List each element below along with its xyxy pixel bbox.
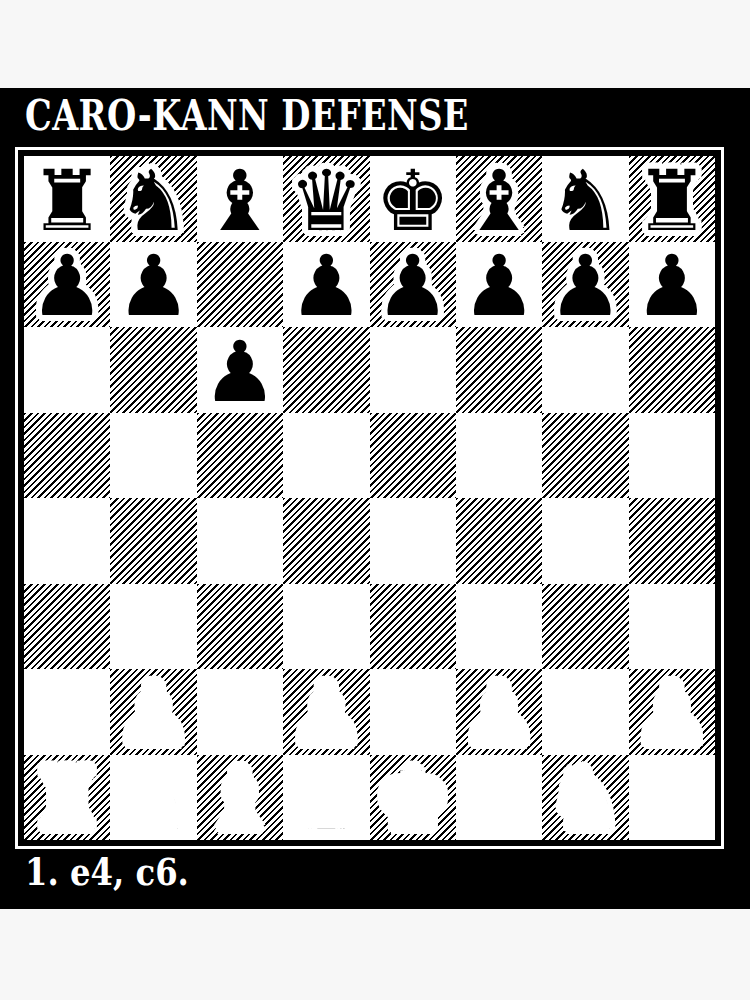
square-b1[interactable]: ♞ xyxy=(110,755,196,841)
black-pawn: ♟ xyxy=(116,244,191,328)
square-a8[interactable]: ♜ xyxy=(24,156,110,242)
square-a3[interactable] xyxy=(24,584,110,670)
black-rook: ♜ xyxy=(634,159,709,243)
square-g8[interactable]: ♞ xyxy=(542,156,628,242)
square-d6[interactable] xyxy=(283,327,369,413)
white-pawn: ♟ xyxy=(30,672,105,756)
white-pawn: ♟ xyxy=(634,672,709,756)
white-pawn: ♟ xyxy=(289,672,364,756)
square-d8[interactable]: ♛ xyxy=(283,156,369,242)
square-h4[interactable] xyxy=(629,498,715,584)
square-h1[interactable]: ♜ xyxy=(629,755,715,841)
square-d4[interactable] xyxy=(283,498,369,584)
square-c5[interactable] xyxy=(197,413,283,499)
square-g5[interactable] xyxy=(542,413,628,499)
black-pawn: ♟ xyxy=(289,244,364,328)
square-h5[interactable] xyxy=(629,413,715,499)
black-pawn: ♟ xyxy=(548,244,623,328)
square-a5[interactable] xyxy=(24,413,110,499)
white-king: ♚ xyxy=(375,757,450,841)
square-b7[interactable]: ♟ xyxy=(110,242,196,328)
square-a6[interactable] xyxy=(24,327,110,413)
square-b2[interactable]: ♟ xyxy=(110,669,196,755)
square-f5[interactable] xyxy=(456,413,542,499)
square-c1[interactable]: ♝ xyxy=(197,755,283,841)
poster-panel: CARO-KANN DEFENSE ♜♞♝♛♚♝♞♜♟♟♟♟♟♟♟♟♟♟♟♟♟♟… xyxy=(0,88,750,909)
black-rook: ♜ xyxy=(30,159,105,243)
black-knight: ♞ xyxy=(116,159,191,243)
square-b6[interactable] xyxy=(110,327,196,413)
white-bishop: ♝ xyxy=(202,757,277,841)
square-g3[interactable] xyxy=(542,584,628,670)
black-pawn: ♟ xyxy=(634,244,709,328)
square-f4[interactable] xyxy=(456,498,542,584)
square-e2[interactable] xyxy=(370,669,456,755)
square-d5[interactable] xyxy=(283,413,369,499)
square-a1[interactable]: ♜ xyxy=(24,755,110,841)
square-g2[interactable]: ♟ xyxy=(542,669,628,755)
square-c8[interactable]: ♝ xyxy=(197,156,283,242)
black-pawn: ♟ xyxy=(375,244,450,328)
square-e7[interactable]: ♟ xyxy=(370,242,456,328)
square-h2[interactable]: ♟ xyxy=(629,669,715,755)
square-f1[interactable]: ♝ xyxy=(456,755,542,841)
square-b8[interactable]: ♞ xyxy=(110,156,196,242)
square-b3[interactable] xyxy=(110,584,196,670)
square-h8[interactable]: ♜ xyxy=(629,156,715,242)
chess-board: ♜♞♝♛♚♝♞♜♟♟♟♟♟♟♟♟♟♟♟♟♟♟♟♟♜♞♝♛♚♝♞♜ xyxy=(24,156,715,840)
square-f6[interactable] xyxy=(456,327,542,413)
black-bishop: ♝ xyxy=(461,159,536,243)
square-g1[interactable]: ♞ xyxy=(542,755,628,841)
square-g7[interactable]: ♟ xyxy=(542,242,628,328)
black-pawn: ♟ xyxy=(30,244,105,328)
white-knight: ♞ xyxy=(116,757,191,841)
square-a2[interactable]: ♟ xyxy=(24,669,110,755)
square-e4[interactable]: ♟ xyxy=(370,498,456,584)
square-e6[interactable] xyxy=(370,327,456,413)
black-knight: ♞ xyxy=(548,159,623,243)
square-f7[interactable]: ♟ xyxy=(456,242,542,328)
square-c3[interactable] xyxy=(197,584,283,670)
board-frame: ♜♞♝♛♚♝♞♜♟♟♟♟♟♟♟♟♟♟♟♟♟♟♟♟♜♞♝♛♚♝♞♜ xyxy=(15,147,724,849)
square-b4[interactable] xyxy=(110,498,196,584)
white-knight: ♞ xyxy=(548,757,623,841)
opening-title: CARO-KANN DEFENSE xyxy=(25,95,469,137)
black-pawn: ♟ xyxy=(202,330,277,414)
square-c6[interactable]: ♟ xyxy=(197,327,283,413)
white-rook: ♜ xyxy=(634,757,709,841)
white-pawn: ♟ xyxy=(202,672,277,756)
square-c7[interactable] xyxy=(197,242,283,328)
square-c4[interactable] xyxy=(197,498,283,584)
square-h3[interactable] xyxy=(629,584,715,670)
square-d3[interactable] xyxy=(283,584,369,670)
square-d7[interactable]: ♟ xyxy=(283,242,369,328)
white-queen: ♛ xyxy=(289,757,364,841)
black-pawn: ♟ xyxy=(461,244,536,328)
square-d1[interactable]: ♛ xyxy=(283,755,369,841)
white-pawn: ♟ xyxy=(461,672,536,756)
square-d2[interactable]: ♟ xyxy=(283,669,369,755)
square-f2[interactable]: ♟ xyxy=(456,669,542,755)
square-g4[interactable] xyxy=(542,498,628,584)
black-king: ♚ xyxy=(375,159,450,243)
square-g6[interactable] xyxy=(542,327,628,413)
square-f8[interactable]: ♝ xyxy=(456,156,542,242)
black-queen: ♛ xyxy=(289,159,364,243)
white-bishop: ♝ xyxy=(461,757,536,841)
square-b5[interactable] xyxy=(110,413,196,499)
square-a4[interactable] xyxy=(24,498,110,584)
white-pawn: ♟ xyxy=(548,672,623,756)
square-f3[interactable] xyxy=(456,584,542,670)
square-e1[interactable]: ♚ xyxy=(370,755,456,841)
white-pawn: ♟ xyxy=(375,501,450,585)
square-a7[interactable]: ♟ xyxy=(24,242,110,328)
black-bishop: ♝ xyxy=(202,159,277,243)
square-c2[interactable]: ♟ xyxy=(197,669,283,755)
white-rook: ♜ xyxy=(30,757,105,841)
square-e5[interactable] xyxy=(370,413,456,499)
white-pawn: ♟ xyxy=(116,672,191,756)
square-e8[interactable]: ♚ xyxy=(370,156,456,242)
square-e3[interactable] xyxy=(370,584,456,670)
square-h6[interactable] xyxy=(629,327,715,413)
move-notation: 1. e4, c6. xyxy=(25,853,189,891)
square-h7[interactable]: ♟ xyxy=(629,242,715,328)
